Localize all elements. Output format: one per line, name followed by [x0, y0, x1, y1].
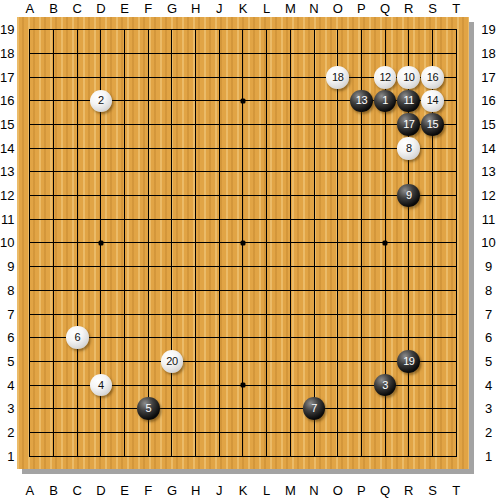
intersection-l12[interactable]: [255, 184, 279, 208]
intersection-s5[interactable]: [421, 350, 445, 374]
intersection-r12[interactable]: 9: [397, 184, 421, 208]
intersection-l9[interactable]: [255, 255, 279, 279]
intersection-r15[interactable]: 17: [397, 113, 421, 137]
intersection-g15[interactable]: [160, 113, 184, 137]
intersection-o19[interactable]: [326, 18, 350, 42]
intersection-k16[interactable]: [231, 89, 255, 113]
intersection-p14[interactable]: [350, 136, 374, 160]
intersection-r7[interactable]: [397, 302, 421, 326]
intersection-j2[interactable]: [207, 421, 231, 445]
intersection-a11[interactable]: [18, 207, 42, 231]
intersection-n10[interactable]: [302, 231, 326, 255]
intersection-d2[interactable]: [89, 421, 113, 445]
intersection-b4[interactable]: [42, 373, 66, 397]
intersection-l18[interactable]: [255, 42, 279, 66]
intersection-b8[interactable]: [42, 279, 66, 303]
intersection-h18[interactable]: [184, 42, 208, 66]
intersection-h7[interactable]: [184, 302, 208, 326]
intersection-e3[interactable]: [113, 397, 137, 421]
intersection-j19[interactable]: [207, 18, 231, 42]
intersection-n17[interactable]: [302, 65, 326, 89]
intersection-q2[interactable]: [373, 421, 397, 445]
intersection-j8[interactable]: [207, 279, 231, 303]
intersection-f9[interactable]: [136, 255, 160, 279]
intersection-g11[interactable]: [160, 207, 184, 231]
intersection-a9[interactable]: [18, 255, 42, 279]
intersection-f5[interactable]: [136, 350, 160, 374]
intersection-c12[interactable]: [65, 184, 89, 208]
intersection-m2[interactable]: [279, 421, 303, 445]
intersection-m6[interactable]: [279, 326, 303, 350]
intersection-t5[interactable]: [444, 350, 468, 374]
intersection-l3[interactable]: [255, 397, 279, 421]
intersection-m7[interactable]: [279, 302, 303, 326]
intersection-c1[interactable]: [65, 444, 89, 468]
intersection-c16[interactable]: [65, 89, 89, 113]
intersection-e19[interactable]: [113, 18, 137, 42]
intersection-k14[interactable]: [231, 136, 255, 160]
intersection-s13[interactable]: [421, 160, 445, 184]
intersection-b2[interactable]: [42, 421, 66, 445]
intersection-k18[interactable]: [231, 42, 255, 66]
intersection-p3[interactable]: [350, 397, 374, 421]
intersection-o4[interactable]: [326, 373, 350, 397]
intersection-a6[interactable]: [18, 326, 42, 350]
intersection-h3[interactable]: [184, 397, 208, 421]
intersection-s14[interactable]: [421, 136, 445, 160]
intersection-f14[interactable]: [136, 136, 160, 160]
intersection-m4[interactable]: [279, 373, 303, 397]
intersection-o8[interactable]: [326, 279, 350, 303]
intersection-g16[interactable]: [160, 89, 184, 113]
intersection-s19[interactable]: [421, 18, 445, 42]
intersection-h13[interactable]: [184, 160, 208, 184]
intersection-r5[interactable]: 19: [397, 350, 421, 374]
intersection-r4[interactable]: [397, 373, 421, 397]
intersection-g10[interactable]: [160, 231, 184, 255]
intersection-d9[interactable]: [89, 255, 113, 279]
intersection-j4[interactable]: [207, 373, 231, 397]
intersection-g12[interactable]: [160, 184, 184, 208]
intersection-r19[interactable]: [397, 18, 421, 42]
intersection-r8[interactable]: [397, 279, 421, 303]
intersection-s16[interactable]: 14: [421, 89, 445, 113]
intersection-p16[interactable]: 13: [350, 89, 374, 113]
intersection-g1[interactable]: [160, 444, 184, 468]
intersection-p13[interactable]: [350, 160, 374, 184]
intersection-p11[interactable]: [350, 207, 374, 231]
intersection-n7[interactable]: [302, 302, 326, 326]
intersection-r2[interactable]: [397, 421, 421, 445]
intersection-n8[interactable]: [302, 279, 326, 303]
intersection-f1[interactable]: [136, 444, 160, 468]
intersection-d11[interactable]: [89, 207, 113, 231]
intersection-a17[interactable]: [18, 65, 42, 89]
intersection-c6[interactable]: 6: [65, 326, 89, 350]
intersection-d16[interactable]: 2: [89, 89, 113, 113]
intersection-h15[interactable]: [184, 113, 208, 137]
intersection-p2[interactable]: [350, 421, 374, 445]
intersection-c7[interactable]: [65, 302, 89, 326]
intersection-e4[interactable]: [113, 373, 137, 397]
intersection-j13[interactable]: [207, 160, 231, 184]
intersection-s9[interactable]: [421, 255, 445, 279]
intersection-f7[interactable]: [136, 302, 160, 326]
intersection-p10[interactable]: [350, 231, 374, 255]
intersection-t2[interactable]: [444, 421, 468, 445]
intersection-l16[interactable]: [255, 89, 279, 113]
intersection-d8[interactable]: [89, 279, 113, 303]
intersection-b16[interactable]: [42, 89, 66, 113]
intersection-m3[interactable]: [279, 397, 303, 421]
intersection-k9[interactable]: [231, 255, 255, 279]
intersection-l5[interactable]: [255, 350, 279, 374]
intersection-m8[interactable]: [279, 279, 303, 303]
intersection-g5[interactable]: 20: [160, 350, 184, 374]
intersection-p15[interactable]: [350, 113, 374, 137]
intersection-f10[interactable]: [136, 231, 160, 255]
intersection-j1[interactable]: [207, 444, 231, 468]
intersection-s11[interactable]: [421, 207, 445, 231]
intersection-k4[interactable]: [231, 373, 255, 397]
intersection-n13[interactable]: [302, 160, 326, 184]
intersection-d7[interactable]: [89, 302, 113, 326]
intersection-d10[interactable]: [89, 231, 113, 255]
intersection-r9[interactable]: [397, 255, 421, 279]
intersection-o17[interactable]: 18: [326, 65, 350, 89]
intersection-t8[interactable]: [444, 279, 468, 303]
intersection-j18[interactable]: [207, 42, 231, 66]
intersection-a16[interactable]: [18, 89, 42, 113]
intersection-n14[interactable]: [302, 136, 326, 160]
intersection-q10[interactable]: [373, 231, 397, 255]
intersection-h9[interactable]: [184, 255, 208, 279]
intersection-j14[interactable]: [207, 136, 231, 160]
intersection-s10[interactable]: [421, 231, 445, 255]
intersection-g3[interactable]: [160, 397, 184, 421]
intersection-p8[interactable]: [350, 279, 374, 303]
intersection-t15[interactable]: [444, 113, 468, 137]
intersection-r13[interactable]: [397, 160, 421, 184]
intersection-j11[interactable]: [207, 207, 231, 231]
intersection-g9[interactable]: [160, 255, 184, 279]
intersection-b9[interactable]: [42, 255, 66, 279]
intersection-g13[interactable]: [160, 160, 184, 184]
intersection-s15[interactable]: 15: [421, 113, 445, 137]
intersection-b5[interactable]: [42, 350, 66, 374]
intersection-c2[interactable]: [65, 421, 89, 445]
intersection-n3[interactable]: 7: [302, 397, 326, 421]
intersection-o16[interactable]: [326, 89, 350, 113]
intersection-q4[interactable]: 3: [373, 373, 397, 397]
intersection-p9[interactable]: [350, 255, 374, 279]
intersection-n15[interactable]: [302, 113, 326, 137]
intersection-b7[interactable]: [42, 302, 66, 326]
intersection-b10[interactable]: [42, 231, 66, 255]
intersection-a10[interactable]: [18, 231, 42, 255]
intersection-q16[interactable]: 1: [373, 89, 397, 113]
intersection-f4[interactable]: [136, 373, 160, 397]
intersection-c19[interactable]: [65, 18, 89, 42]
intersection-r11[interactable]: [397, 207, 421, 231]
intersection-j3[interactable]: [207, 397, 231, 421]
intersection-t1[interactable]: [444, 444, 468, 468]
intersection-d5[interactable]: [89, 350, 113, 374]
intersection-g7[interactable]: [160, 302, 184, 326]
intersection-q13[interactable]: [373, 160, 397, 184]
intersection-a19[interactable]: [18, 18, 42, 42]
intersection-p19[interactable]: [350, 18, 374, 42]
intersection-q12[interactable]: [373, 184, 397, 208]
intersection-o12[interactable]: [326, 184, 350, 208]
intersection-a7[interactable]: [18, 302, 42, 326]
intersection-p4[interactable]: [350, 373, 374, 397]
intersection-c11[interactable]: [65, 207, 89, 231]
intersection-f17[interactable]: [136, 65, 160, 89]
intersection-o7[interactable]: [326, 302, 350, 326]
intersection-t4[interactable]: [444, 373, 468, 397]
intersection-f15[interactable]: [136, 113, 160, 137]
intersection-l10[interactable]: [255, 231, 279, 255]
intersection-c3[interactable]: [65, 397, 89, 421]
intersection-l2[interactable]: [255, 421, 279, 445]
intersection-o11[interactable]: [326, 207, 350, 231]
intersection-p18[interactable]: [350, 42, 374, 66]
intersection-d15[interactable]: [89, 113, 113, 137]
intersection-c13[interactable]: [65, 160, 89, 184]
intersection-h12[interactable]: [184, 184, 208, 208]
intersection-o5[interactable]: [326, 350, 350, 374]
intersection-a4[interactable]: [18, 373, 42, 397]
intersection-a13[interactable]: [18, 160, 42, 184]
intersection-t14[interactable]: [444, 136, 468, 160]
intersection-n4[interactable]: [302, 373, 326, 397]
intersection-k15[interactable]: [231, 113, 255, 137]
intersection-n19[interactable]: [302, 18, 326, 42]
intersection-l19[interactable]: [255, 18, 279, 42]
intersection-n9[interactable]: [302, 255, 326, 279]
intersection-h19[interactable]: [184, 18, 208, 42]
intersection-f16[interactable]: [136, 89, 160, 113]
intersection-h6[interactable]: [184, 326, 208, 350]
intersection-g14[interactable]: [160, 136, 184, 160]
intersection-q11[interactable]: [373, 207, 397, 231]
intersection-q3[interactable]: [373, 397, 397, 421]
intersection-m1[interactable]: [279, 444, 303, 468]
intersection-e14[interactable]: [113, 136, 137, 160]
intersection-b14[interactable]: [42, 136, 66, 160]
intersection-l14[interactable]: [255, 136, 279, 160]
intersection-f19[interactable]: [136, 18, 160, 42]
intersection-t7[interactable]: [444, 302, 468, 326]
intersection-a15[interactable]: [18, 113, 42, 137]
intersection-k5[interactable]: [231, 350, 255, 374]
intersection-n16[interactable]: [302, 89, 326, 113]
intersection-t17[interactable]: [444, 65, 468, 89]
intersection-r1[interactable]: [397, 444, 421, 468]
intersection-o9[interactable]: [326, 255, 350, 279]
intersection-h5[interactable]: [184, 350, 208, 374]
intersection-m5[interactable]: [279, 350, 303, 374]
intersection-f12[interactable]: [136, 184, 160, 208]
intersection-e12[interactable]: [113, 184, 137, 208]
intersection-q6[interactable]: [373, 326, 397, 350]
intersection-s2[interactable]: [421, 421, 445, 445]
intersection-o18[interactable]: [326, 42, 350, 66]
intersection-b18[interactable]: [42, 42, 66, 66]
intersection-l4[interactable]: [255, 373, 279, 397]
intersection-m14[interactable]: [279, 136, 303, 160]
intersection-s12[interactable]: [421, 184, 445, 208]
intersection-k1[interactable]: [231, 444, 255, 468]
intersection-k10[interactable]: [231, 231, 255, 255]
intersection-k12[interactable]: [231, 184, 255, 208]
intersection-k2[interactable]: [231, 421, 255, 445]
intersection-j17[interactable]: [207, 65, 231, 89]
intersection-b17[interactable]: [42, 65, 66, 89]
intersection-d3[interactable]: [89, 397, 113, 421]
intersection-r16[interactable]: 11: [397, 89, 421, 113]
intersection-o2[interactable]: [326, 421, 350, 445]
intersection-g18[interactable]: [160, 42, 184, 66]
intersection-e6[interactable]: [113, 326, 137, 350]
intersection-s7[interactable]: [421, 302, 445, 326]
intersection-p6[interactable]: [350, 326, 374, 350]
intersection-q7[interactable]: [373, 302, 397, 326]
intersection-o1[interactable]: [326, 444, 350, 468]
intersection-m13[interactable]: [279, 160, 303, 184]
intersection-b11[interactable]: [42, 207, 66, 231]
intersection-e10[interactable]: [113, 231, 137, 255]
intersection-l17[interactable]: [255, 65, 279, 89]
intersection-t3[interactable]: [444, 397, 468, 421]
intersection-b15[interactable]: [42, 113, 66, 137]
intersection-e9[interactable]: [113, 255, 137, 279]
intersection-g6[interactable]: [160, 326, 184, 350]
intersection-k19[interactable]: [231, 18, 255, 42]
intersection-h14[interactable]: [184, 136, 208, 160]
intersection-o6[interactable]: [326, 326, 350, 350]
intersection-h16[interactable]: [184, 89, 208, 113]
intersection-h17[interactable]: [184, 65, 208, 89]
intersection-d14[interactable]: [89, 136, 113, 160]
intersection-m16[interactable]: [279, 89, 303, 113]
intersection-s17[interactable]: 16: [421, 65, 445, 89]
intersection-h4[interactable]: [184, 373, 208, 397]
intersection-e5[interactable]: [113, 350, 137, 374]
intersection-h10[interactable]: [184, 231, 208, 255]
intersection-p12[interactable]: [350, 184, 374, 208]
intersection-m18[interactable]: [279, 42, 303, 66]
intersection-a5[interactable]: [18, 350, 42, 374]
intersection-q15[interactable]: [373, 113, 397, 137]
intersection-c9[interactable]: [65, 255, 89, 279]
intersection-j6[interactable]: [207, 326, 231, 350]
intersection-s1[interactable]: [421, 444, 445, 468]
intersection-s6[interactable]: [421, 326, 445, 350]
intersection-l8[interactable]: [255, 279, 279, 303]
intersection-h8[interactable]: [184, 279, 208, 303]
intersection-d13[interactable]: [89, 160, 113, 184]
intersection-m10[interactable]: [279, 231, 303, 255]
intersection-k7[interactable]: [231, 302, 255, 326]
intersection-r17[interactable]: 10: [397, 65, 421, 89]
intersection-r14[interactable]: 8: [397, 136, 421, 160]
intersection-c15[interactable]: [65, 113, 89, 137]
intersection-c14[interactable]: [65, 136, 89, 160]
intersection-o3[interactable]: [326, 397, 350, 421]
intersection-q14[interactable]: [373, 136, 397, 160]
intersection-h11[interactable]: [184, 207, 208, 231]
intersection-r10[interactable]: [397, 231, 421, 255]
intersection-e17[interactable]: [113, 65, 137, 89]
intersection-l15[interactable]: [255, 113, 279, 137]
intersection-n1[interactable]: [302, 444, 326, 468]
intersection-t11[interactable]: [444, 207, 468, 231]
intersection-p17[interactable]: [350, 65, 374, 89]
intersection-b1[interactable]: [42, 444, 66, 468]
intersection-f3[interactable]: 5: [136, 397, 160, 421]
intersection-p7[interactable]: [350, 302, 374, 326]
intersection-s3[interactable]: [421, 397, 445, 421]
intersection-t6[interactable]: [444, 326, 468, 350]
intersection-e18[interactable]: [113, 42, 137, 66]
intersection-d18[interactable]: [89, 42, 113, 66]
intersection-a8[interactable]: [18, 279, 42, 303]
intersection-a1[interactable]: [18, 444, 42, 468]
intersection-j5[interactable]: [207, 350, 231, 374]
intersection-e8[interactable]: [113, 279, 137, 303]
intersection-q5[interactable]: [373, 350, 397, 374]
intersection-e11[interactable]: [113, 207, 137, 231]
intersection-b6[interactable]: [42, 326, 66, 350]
intersection-e1[interactable]: [113, 444, 137, 468]
intersection-k13[interactable]: [231, 160, 255, 184]
intersection-t12[interactable]: [444, 184, 468, 208]
intersection-m9[interactable]: [279, 255, 303, 279]
intersection-a3[interactable]: [18, 397, 42, 421]
intersection-j12[interactable]: [207, 184, 231, 208]
intersection-r3[interactable]: [397, 397, 421, 421]
intersection-q19[interactable]: [373, 18, 397, 42]
intersection-g17[interactable]: [160, 65, 184, 89]
intersection-d1[interactable]: [89, 444, 113, 468]
intersection-q8[interactable]: [373, 279, 397, 303]
intersection-m19[interactable]: [279, 18, 303, 42]
intersection-r18[interactable]: [397, 42, 421, 66]
intersection-g2[interactable]: [160, 421, 184, 445]
intersection-e16[interactable]: [113, 89, 137, 113]
intersection-a12[interactable]: [18, 184, 42, 208]
intersection-k8[interactable]: [231, 279, 255, 303]
intersection-t10[interactable]: [444, 231, 468, 255]
intersection-n12[interactable]: [302, 184, 326, 208]
intersection-b13[interactable]: [42, 160, 66, 184]
intersection-k11[interactable]: [231, 207, 255, 231]
intersection-f11[interactable]: [136, 207, 160, 231]
intersection-f6[interactable]: [136, 326, 160, 350]
intersection-g8[interactable]: [160, 279, 184, 303]
intersection-o15[interactable]: [326, 113, 350, 137]
intersection-j10[interactable]: [207, 231, 231, 255]
intersection-q1[interactable]: [373, 444, 397, 468]
intersection-k17[interactable]: [231, 65, 255, 89]
intersection-b12[interactable]: [42, 184, 66, 208]
intersection-g19[interactable]: [160, 18, 184, 42]
intersection-h2[interactable]: [184, 421, 208, 445]
intersection-l1[interactable]: [255, 444, 279, 468]
intersection-t19[interactable]: [444, 18, 468, 42]
